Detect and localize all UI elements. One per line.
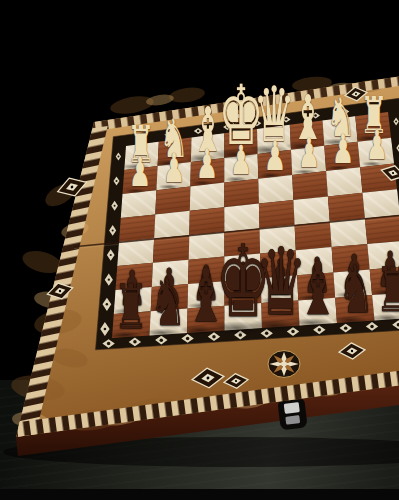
square-h8[interactable]: [112, 311, 151, 338]
square-a2[interactable]: [358, 138, 394, 168]
square-a7[interactable]: [370, 267, 399, 296]
square-b3[interactable]: [326, 167, 362, 196]
square-c2[interactable]: [291, 146, 326, 175]
square-e2[interactable]: [224, 154, 258, 183]
scene: ♜♞♝♚♛♝♞♜♟♟♟♟♟♟♟♟♟♟♟♟♟♟♟♟♜♞♝♚♛♝♞♜: [0, 0, 399, 500]
square-a1[interactable]: [355, 112, 391, 142]
square-h3[interactable]: [121, 190, 157, 218]
square-a6[interactable]: [367, 241, 399, 270]
square-b8[interactable]: [335, 295, 374, 323]
square-d3[interactable]: [258, 175, 293, 204]
clasp-latch: [277, 396, 308, 430]
square-g3[interactable]: [155, 186, 190, 214]
square-g7[interactable]: [151, 284, 188, 311]
square-a4[interactable]: [363, 189, 399, 218]
square-f4[interactable]: [189, 207, 224, 235]
square-g1[interactable]: [158, 138, 192, 167]
square-c6[interactable]: [296, 247, 334, 275]
square-d1[interactable]: [257, 125, 291, 154]
square-d4[interactable]: [259, 200, 295, 229]
square-g6[interactable]: [152, 260, 189, 287]
square-c8[interactable]: [298, 298, 337, 326]
square-d8[interactable]: [261, 300, 299, 328]
square-f8[interactable]: [187, 306, 225, 333]
square-e3[interactable]: [224, 179, 259, 207]
square-d6[interactable]: [260, 250, 297, 278]
square-c4[interactable]: [293, 196, 329, 225]
square-f3[interactable]: [190, 183, 225, 211]
square-c7[interactable]: [297, 272, 335, 300]
square-h7[interactable]: [114, 287, 152, 314]
square-b4[interactable]: [328, 193, 365, 222]
square-e7[interactable]: [224, 278, 261, 306]
square-c1[interactable]: [290, 121, 325, 150]
square-f7[interactable]: [188, 281, 225, 308]
square-h2[interactable]: [123, 166, 158, 194]
square-f6[interactable]: [188, 257, 224, 285]
square-e8[interactable]: [225, 303, 263, 330]
square-b2[interactable]: [324, 142, 360, 171]
square-b6[interactable]: [332, 244, 370, 273]
square-c3[interactable]: [292, 171, 328, 200]
square-e4[interactable]: [224, 204, 259, 232]
square-h4[interactable]: [119, 214, 155, 242]
square-d7[interactable]: [261, 275, 299, 303]
square-f1[interactable]: [191, 133, 224, 162]
square-e1[interactable]: [224, 129, 257, 158]
square-d2[interactable]: [258, 150, 293, 179]
square-b1[interactable]: [323, 116, 358, 146]
square-g4[interactable]: [154, 211, 190, 239]
chess-board: [0, 0, 399, 500]
square-h1[interactable]: [124, 142, 159, 170]
star-inlay-icon: [230, 104, 258, 128]
square-e6[interactable]: [224, 253, 260, 281]
square-g2[interactable]: [156, 162, 191, 190]
star-inlay-icon: [268, 351, 300, 378]
square-f2[interactable]: [190, 158, 224, 187]
square-h6[interactable]: [116, 263, 154, 290]
square-a8[interactable]: [372, 292, 399, 320]
square-g8[interactable]: [150, 309, 188, 336]
square-b7[interactable]: [333, 269, 372, 297]
